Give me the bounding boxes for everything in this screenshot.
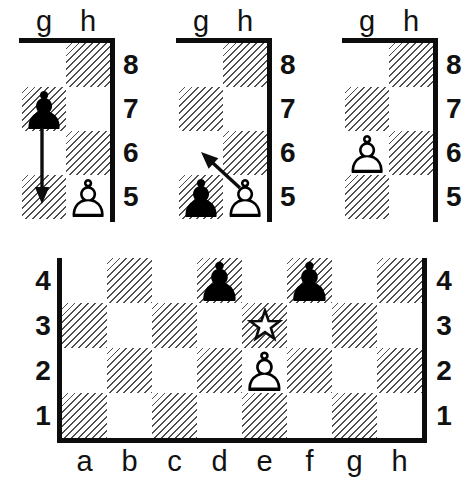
square-b4 <box>107 258 152 303</box>
file-label-b: b <box>107 443 152 477</box>
rank-labels: 8765 <box>280 38 296 219</box>
square-b3 <box>107 303 152 348</box>
square-h5: ♙ <box>223 175 267 219</box>
rank-labels: 8765 <box>123 38 139 219</box>
square-h7 <box>66 87 110 131</box>
star-marker-icon <box>247 308 283 344</box>
black-pawn-g5: ♟ <box>178 173 225 225</box>
diagram-fragment-2: gh ♟♙ 8765 <box>179 6 296 219</box>
rank-label-6: 6 <box>280 131 296 175</box>
white-pawn-h5: ♙ <box>65 173 112 225</box>
square-a3 <box>62 303 107 348</box>
file-label-c: c <box>152 443 197 477</box>
square-h5: ♙ <box>66 175 110 219</box>
rank-label-5: 5 <box>123 175 139 219</box>
square-c2 <box>152 348 197 393</box>
white-pawn-g6: ♙ <box>344 129 391 181</box>
square-h6 <box>389 131 433 175</box>
rank-label-5: 5 <box>446 175 462 219</box>
square-g5: ♟ <box>179 175 223 219</box>
file-label-h: h <box>223 6 267 38</box>
file-label-h: h <box>389 6 433 38</box>
square-g8 <box>345 43 389 87</box>
board-fragment-3: ♙ <box>345 38 438 219</box>
square-b1 <box>107 393 152 438</box>
rank-label-1: 1 <box>33 393 53 438</box>
square-h2 <box>377 348 422 393</box>
rank-label-7: 7 <box>446 87 462 131</box>
rank-label-7: 7 <box>123 87 139 131</box>
rank-label-3: 3 <box>33 303 53 348</box>
file-label-d: d <box>197 443 242 477</box>
square-h7 <box>389 87 433 131</box>
square-g8 <box>179 43 223 87</box>
square-g2 <box>332 348 377 393</box>
square-f3 <box>287 303 332 348</box>
diagram-fragment-1: gh ♟♙ 8765 <box>22 6 139 219</box>
rank-label-7: 7 <box>280 87 296 131</box>
black-pawn-d4: ♟ <box>195 256 243 310</box>
page: gh ♟♙ 8765 gh ♟♙ 8765 gh ♙ 8765 4321 ♟♟♙… <box>0 0 474 484</box>
square-d3 <box>197 303 242 348</box>
rank-label-6: 6 <box>446 131 462 175</box>
square-g3 <box>332 303 377 348</box>
rank-label-8: 8 <box>446 43 462 87</box>
rank-labels-left: 4321 <box>33 258 53 443</box>
black-pawn-g7: ♟ <box>21 85 68 137</box>
board-fragment-1: ♟♙ <box>22 38 115 219</box>
file-labels: gh <box>22 6 139 38</box>
rank-label-1: 1 <box>432 393 456 438</box>
file-label-g: g <box>179 6 223 38</box>
square-h5 <box>389 175 433 219</box>
square-c3 <box>152 303 197 348</box>
rank-label-4: 4 <box>33 258 53 303</box>
square-g5 <box>22 175 66 219</box>
square-g6 <box>22 131 66 175</box>
rank-label-6: 6 <box>123 131 139 175</box>
square-a2 <box>62 348 107 393</box>
file-label-g: g <box>345 6 389 38</box>
square-g6: ♙ <box>345 131 389 175</box>
rank-label-8: 8 <box>280 43 296 87</box>
file-label-g: g <box>332 443 377 477</box>
square-c1 <box>152 393 197 438</box>
square-b2 <box>107 348 152 393</box>
rank-label-3: 3 <box>432 303 456 348</box>
square-h4 <box>377 258 422 303</box>
square-d4: ♟ <box>197 258 242 303</box>
square-e1 <box>242 393 287 438</box>
square-g1 <box>332 393 377 438</box>
square-f2 <box>287 348 332 393</box>
square-h8 <box>66 43 110 87</box>
square-h8 <box>223 43 267 87</box>
square-g7 <box>179 87 223 131</box>
file-labels: abcdefgh <box>62 443 456 477</box>
board-fragment-2: ♟♙ <box>179 38 272 219</box>
square-h8 <box>389 43 433 87</box>
file-label-g: g <box>22 6 66 38</box>
square-g7: ♟ <box>22 87 66 131</box>
square-a4 <box>62 258 107 303</box>
rank-label-4: 4 <box>432 258 456 303</box>
rank-label-8: 8 <box>123 43 139 87</box>
square-f1 <box>287 393 332 438</box>
square-g4 <box>332 258 377 303</box>
square-h7 <box>223 87 267 131</box>
diagram-fragment-3: gh ♙ 8765 <box>345 6 462 219</box>
file-label-h: h <box>377 443 422 477</box>
rank-label-2: 2 <box>432 348 456 393</box>
file-label-a: a <box>62 443 107 477</box>
square-a1 <box>62 393 107 438</box>
file-label-h: h <box>66 6 110 38</box>
square-d1 <box>197 393 242 438</box>
square-g5 <box>345 175 389 219</box>
square-e4 <box>242 258 287 303</box>
white-pawn-h5: ♙ <box>222 173 269 225</box>
rank-labels-right: 4321 <box>432 258 456 443</box>
file-labels: gh <box>345 6 462 38</box>
rank-label-5: 5 <box>280 175 296 219</box>
square-d2 <box>197 348 242 393</box>
white-pawn-e2: ♙ <box>240 346 288 400</box>
square-c4 <box>152 258 197 303</box>
square-f4: ♟ <box>287 258 332 303</box>
square-e2: ♙ <box>242 348 287 393</box>
file-label-f: f <box>287 443 332 477</box>
rank-labels: 8765 <box>446 38 462 219</box>
file-labels: gh <box>179 6 296 38</box>
square-h1 <box>377 393 422 438</box>
rank-label-2: 2 <box>33 348 53 393</box>
square-h3 <box>377 303 422 348</box>
black-pawn-f4: ♟ <box>285 256 333 310</box>
diagram-main-board: 4321 ♟♟♙ 4321 abcdefgh <box>33 258 456 477</box>
board-main: ♟♟♙ <box>57 258 427 443</box>
file-label-e: e <box>242 443 287 477</box>
